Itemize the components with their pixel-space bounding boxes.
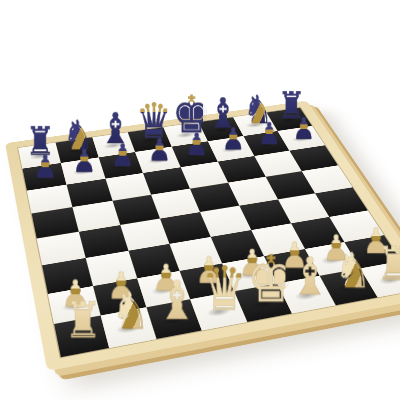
square-a1[interactable]: ♜ [54,316,109,357]
chess-set-photo: ♜♞♝♛♚♝♞♜♟♟♟♟♟♟♟♟♟♟♟♟♟♟♟♟♜♞♝♛♚♝♞♜ [0,0,400,400]
square-c6[interactable] [105,173,151,201]
wood-rook[interactable]: ♜ [63,297,103,344]
navy-pawn[interactable]: ♟ [217,124,249,153]
wood-bishop[interactable]: ♝ [290,253,328,302]
navy-pawn[interactable]: ♟ [181,130,213,159]
navy-pawn[interactable]: ♟ [144,135,176,164]
navy-pawn[interactable]: ♟ [68,146,101,176]
wood-queen[interactable]: ♛ [202,260,241,318]
square-h4[interactable] [315,187,367,217]
wood-knight[interactable]: ♞ [333,247,371,293]
board-3d-wrap: ♜♞♝♛♚♝♞♜♟♟♟♟♟♟♟♟♟♟♟♟♟♟♟♟♜♞♝♛♚♝♞♜ [24,36,376,388]
square-d1[interactable]: ♛ [191,292,248,331]
square-b1[interactable]: ♞ [100,308,156,349]
wood-bishop[interactable]: ♝ [157,276,197,326]
square-c4[interactable] [120,218,170,250]
navy-pawn[interactable]: ♟ [253,119,284,148]
navy-pawn[interactable]: ♟ [106,140,138,170]
wood-king[interactable]: ♚ [247,248,286,309]
chess-board: ♜♞♝♛♚♝♞♜♟♟♟♟♟♟♟♟♟♟♟♟♟♟♟♟♜♞♝♛♚♝♞♜ [5,101,400,372]
wood-rook[interactable]: ♜ [375,242,400,286]
navy-pawn[interactable]: ♟ [29,152,62,182]
chess-grid: ♜♞♝♛♚♝♞♜♟♟♟♟♟♟♟♟♟♟♟♟♟♟♟♟♜♞♝♛♚♝♞♜ [18,108,400,357]
navy-pawn[interactable]: ♟ [288,114,319,142]
square-c1[interactable]: ♝ [146,299,202,339]
square-a4[interactable] [37,232,86,265]
square-d4[interactable] [160,212,210,244]
wood-knight[interactable]: ♞ [110,286,150,335]
